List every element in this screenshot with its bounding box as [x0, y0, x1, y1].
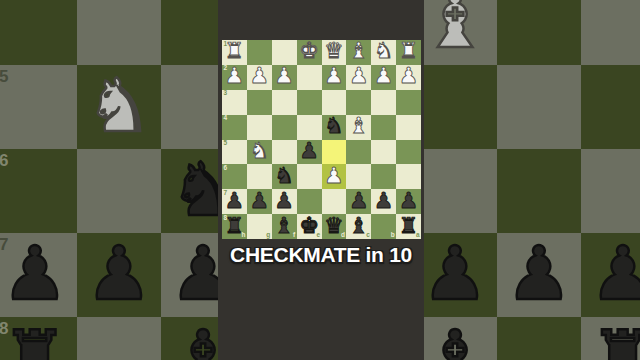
square-h6: 6 [222, 164, 247, 189]
rank-label-3: 3 [224, 90, 228, 97]
square-f7: ♟ [272, 189, 297, 214]
square-e4 [297, 115, 322, 140]
square-f8: ♝f [272, 214, 297, 239]
file-label-d: d [341, 232, 345, 239]
piece-black-pawn: ♟ [86, 236, 152, 310]
square-c1: ♝ [346, 40, 371, 65]
file-label-c: c [366, 232, 370, 239]
square-g4 [77, 0, 161, 65]
square-e6 [297, 164, 322, 189]
piece-white-pawn: ♟ [399, 65, 419, 87]
square-e8: ♚e [297, 214, 322, 239]
caption-text: CHECKMATE in 10 [218, 243, 424, 267]
square-b6 [371, 164, 396, 189]
piece-black-bishop: ♝ [422, 320, 488, 360]
square-c6 [413, 149, 497, 233]
chess-board: ♜1♚♛♝♞♜♟2♟♟♟♟♟♟34♞♝5♞♟6♞♟♟7♟♟♟♟♟♜8hg♝f♚e… [222, 40, 421, 239]
piece-black-pawn: ♟ [249, 190, 269, 212]
square-e2 [297, 65, 322, 90]
square-a8: ♜ [581, 317, 640, 360]
piece-white-bishop: ♝ [422, 0, 488, 58]
square-h5: 5 [222, 140, 247, 165]
square-c8: ♝c [346, 214, 371, 239]
rank-label-4: 4 [224, 115, 228, 122]
square-d6: ♟ [322, 164, 347, 189]
rank-label-1: 1 [224, 41, 228, 48]
square-g7: ♟ [77, 233, 161, 317]
piece-white-pawn: ♟ [274, 65, 294, 87]
square-h5: 5 [0, 65, 77, 149]
piece-black-pawn: ♟ [590, 236, 640, 310]
square-e5: ♟ [297, 140, 322, 165]
video-frame[interactable]: 4♞♝5♞♟6♞♟♟7♟♟♟♟♟♜8♝♚♛♝♜ ♜1♚♛♝♞♜♟2♟♟♟♟♟♟3… [0, 0, 640, 360]
square-g8: g [247, 214, 272, 239]
rank-label-7: 7 [224, 190, 228, 197]
file-label-f: f [293, 232, 295, 239]
square-b5 [371, 140, 396, 165]
piece-white-pawn: ♟ [225, 65, 245, 87]
square-g4 [247, 115, 272, 140]
square-a5 [396, 140, 421, 165]
square-d1: ♛ [322, 40, 347, 65]
square-h7: ♟7 [222, 189, 247, 214]
file-label-e: e [316, 232, 320, 239]
square-c7: ♟ [413, 233, 497, 317]
square-f5 [272, 140, 297, 165]
square-c2: ♟ [346, 65, 371, 90]
piece-black-pawn: ♟ [349, 190, 369, 212]
square-h6: 6 [0, 149, 77, 233]
rank-label-5: 5 [0, 68, 8, 85]
rank-label-8: 8 [224, 215, 228, 222]
square-c4: ♝ [346, 115, 371, 140]
square-h4: 4 [0, 0, 77, 65]
piece-black-pawn: ♟ [399, 190, 419, 212]
file-label-a: a [416, 232, 420, 239]
square-g5: ♞ [247, 140, 272, 165]
square-a4 [396, 115, 421, 140]
square-b1: ♞ [371, 40, 396, 65]
square-f4 [272, 115, 297, 140]
square-b5 [497, 65, 581, 149]
square-b8: b [371, 214, 396, 239]
square-f1 [272, 40, 297, 65]
piece-white-rook: ♜ [399, 40, 419, 62]
square-h8: ♜8 [0, 317, 77, 360]
piece-black-rook: ♜ [590, 320, 640, 360]
square-b8 [497, 317, 581, 360]
square-h1: ♜1 [222, 40, 247, 65]
piece-black-pawn: ♟ [225, 190, 245, 212]
square-a6 [581, 149, 640, 233]
piece-white-pawn: ♟ [374, 65, 394, 87]
rank-label-7: 7 [0, 236, 8, 253]
piece-black-pawn: ♟ [274, 190, 294, 212]
square-c7: ♟ [346, 189, 371, 214]
file-label-g: g [266, 232, 270, 239]
square-g6 [247, 164, 272, 189]
square-c4: ♝ [413, 0, 497, 65]
square-e7 [297, 189, 322, 214]
rank-label-6: 6 [0, 152, 8, 169]
rank-label-2: 2 [224, 65, 228, 72]
square-g5: ♞ [77, 65, 161, 149]
square-g8 [77, 317, 161, 360]
file-label-h: h [241, 232, 245, 239]
square-g3 [247, 90, 272, 115]
square-a2: ♟ [396, 65, 421, 90]
square-a8: ♜a [396, 214, 421, 239]
piece-black-bishop: ♝ [274, 215, 294, 237]
square-b6 [497, 149, 581, 233]
piece-white-bishop: ♝ [349, 40, 369, 62]
square-a4 [581, 0, 640, 65]
piece-white-knight: ♞ [249, 140, 269, 162]
rank-label-5: 5 [224, 140, 228, 147]
square-g7: ♟ [247, 189, 272, 214]
piece-white-pawn: ♟ [324, 65, 344, 87]
square-c5 [413, 65, 497, 149]
square-h8: ♜8h [222, 214, 247, 239]
square-b3 [371, 90, 396, 115]
square-c3 [346, 90, 371, 115]
piece-black-pawn: ♟ [2, 236, 68, 310]
square-h2: ♟2 [222, 65, 247, 90]
piece-white-knight: ♞ [86, 68, 152, 142]
square-a6 [396, 164, 421, 189]
square-b7: ♟ [497, 233, 581, 317]
piece-white-bishop: ♝ [349, 115, 369, 137]
square-d5 [322, 140, 347, 165]
square-a1: ♜ [396, 40, 421, 65]
piece-black-pawn: ♟ [506, 236, 572, 310]
file-label-b: b [391, 232, 395, 239]
square-g6 [77, 149, 161, 233]
square-b4 [497, 0, 581, 65]
square-h3: 3 [222, 90, 247, 115]
square-a7: ♟ [396, 189, 421, 214]
piece-white-rook: ♜ [225, 40, 245, 62]
piece-black-pawn: ♟ [422, 236, 488, 310]
piece-white-knight: ♞ [374, 40, 394, 62]
square-h4: 4 [222, 115, 247, 140]
square-d4: ♞ [322, 115, 347, 140]
piece-white-king: ♚ [299, 40, 319, 62]
square-d3 [322, 90, 347, 115]
square-a3 [396, 90, 421, 115]
square-d7 [322, 189, 347, 214]
square-h7: ♟7 [0, 233, 77, 317]
piece-black-pawn: ♟ [374, 190, 394, 212]
piece-white-pawn: ♟ [249, 65, 269, 87]
square-b2: ♟ [371, 65, 396, 90]
square-d8: ♛d [322, 214, 347, 239]
piece-black-rook: ♜ [2, 320, 68, 360]
square-g2: ♟ [247, 65, 272, 90]
square-f3 [272, 90, 297, 115]
square-c6 [346, 164, 371, 189]
square-a5 [581, 65, 640, 149]
square-c8: ♝ [413, 317, 497, 360]
piece-white-queen: ♛ [324, 40, 344, 62]
square-f2: ♟ [272, 65, 297, 90]
square-f6: ♞ [272, 164, 297, 189]
square-b4 [371, 115, 396, 140]
piece-white-pawn: ♟ [349, 65, 369, 87]
piece-white-pawn: ♟ [324, 165, 344, 187]
piece-black-pawn: ♟ [299, 140, 319, 162]
rank-label-4: 4 [0, 0, 8, 1]
rank-label-6: 6 [224, 165, 228, 172]
square-g1 [247, 40, 272, 65]
piece-black-knight: ♞ [324, 115, 344, 137]
square-d2: ♟ [322, 65, 347, 90]
square-c5 [346, 140, 371, 165]
rank-label-8: 8 [0, 320, 8, 337]
piece-black-knight: ♞ [274, 165, 294, 187]
square-a7: ♟ [581, 233, 640, 317]
square-e3 [297, 90, 322, 115]
square-e1: ♚ [297, 40, 322, 65]
square-b7: ♟ [371, 189, 396, 214]
